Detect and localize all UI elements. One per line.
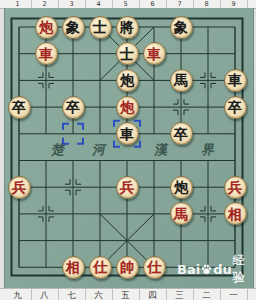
piece-black-pawn[interactable]: 卒 [224,96,247,119]
piece-black-king[interactable]: 將 [116,16,139,39]
piece-black-elephant[interactable]: 象 [62,16,85,39]
piece-red-chariot[interactable]: 車 [143,42,166,65]
file-label-bottom-9: 一 [221,289,248,300]
file-label-top-4: 4 [86,0,113,8]
baidu-paw-icon [201,263,212,276]
file-label-bottom-7: 三 [167,289,194,300]
file-label-top-7: 7 [167,0,194,8]
piece-red-pawn[interactable]: 兵 [224,176,247,199]
file-label-bottom-8: 二 [194,289,221,300]
piece-red-pawn[interactable]: 兵 [8,176,31,199]
file-label-top-1: 1 [5,0,32,8]
piece-black-pawn[interactable]: 卒 [62,96,85,119]
file-label-bottom-1: 九 [5,289,32,300]
piece-red-chariot[interactable]: 車 [35,42,58,65]
file-label-top-3: 3 [59,0,86,8]
piece-black-cannon[interactable]: 炮 [116,69,139,92]
watermark-product: 经验 [233,252,253,286]
piece-black-horse[interactable]: 馬 [170,69,193,92]
piece-black-advisor[interactable]: 士 [116,42,139,65]
file-label-top-9: 9 [221,0,248,8]
file-label-bottom-6: 四 [140,289,167,300]
xiangqi-screenshot: 123456789 楚 河 漢 界 Bai du 经验 [0,0,256,300]
piece-red-elephant[interactable]: 相 [224,202,247,225]
bottom-file-label-strip: 九八七六五四三二一 [0,288,256,300]
piece-red-pawn[interactable]: 兵 [116,176,139,199]
watermark-brand-suffix: du [213,262,232,277]
piece-black-pawn[interactable]: 卒 [170,122,193,145]
piece-red-horse[interactable]: 馬 [170,202,193,225]
file-label-top-2: 2 [32,0,59,8]
file-label-bottom-4: 六 [86,289,113,300]
piece-black-elephant[interactable]: 象 [170,16,193,39]
piece-red-cannon[interactable]: 炮 [116,96,139,119]
piece-red-elephant[interactable]: 相 [62,256,85,279]
file-label-bottom-5: 五 [113,289,140,300]
piece-red-cannon[interactable]: 炮 [35,16,58,39]
piece-black-pawn[interactable]: 卒 [8,96,31,119]
piece-red-king[interactable]: 帥 [116,256,139,279]
watermark-brand: Bai du 经验 [177,252,253,286]
file-label-top-6: 6 [140,0,167,8]
file-label-bottom-2: 八 [32,289,59,300]
piece-black-chariot[interactable]: 車 [116,122,139,145]
piece-black-chariot[interactable]: 車 [224,69,247,92]
file-label-top-8: 8 [194,0,221,8]
piece-black-cannon[interactable]: 炮 [170,176,193,199]
xiangqi-board[interactable]: 楚 河 漢 界 Bai du 经验 jingyan.baidu.c [4,8,254,288]
piece-red-advisor[interactable]: 仕 [89,256,112,279]
piece-red-advisor[interactable]: 仕 [143,256,166,279]
file-label-bottom-3: 七 [59,289,86,300]
watermark-brand-prefix: Bai [177,262,200,277]
file-label-top-5: 5 [113,0,140,8]
piece-black-advisor[interactable]: 士 [89,16,112,39]
